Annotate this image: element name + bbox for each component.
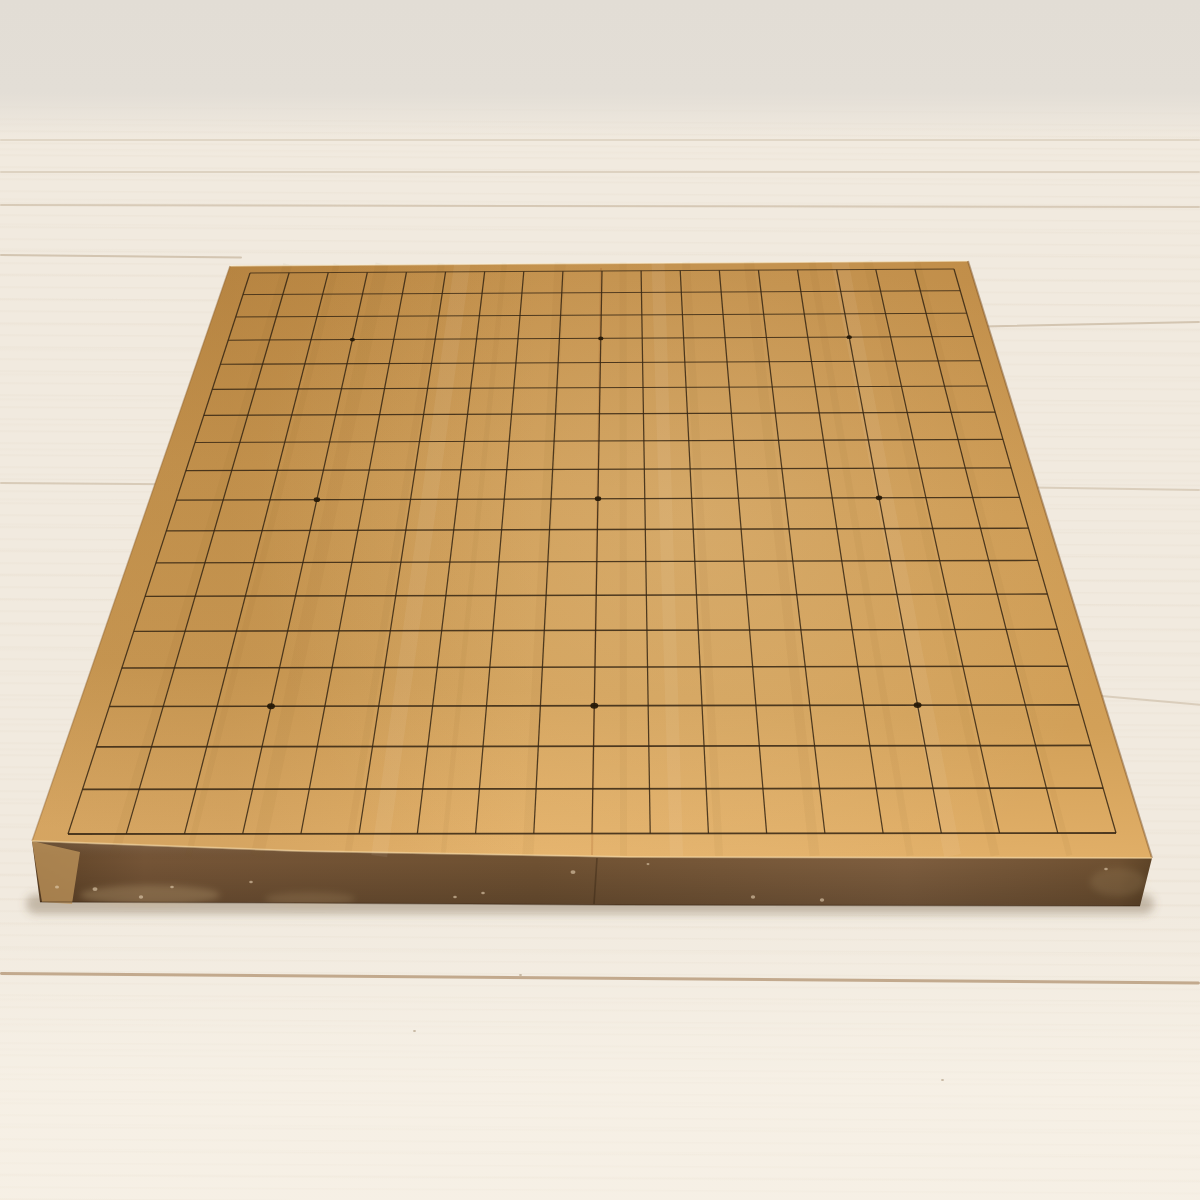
front-face-dust-speck: [170, 886, 174, 889]
front-face-dust-speck: [647, 863, 650, 865]
front-face-dust-speck: [453, 896, 457, 899]
front-face-dust-speck: [571, 870, 576, 874]
front-face-dust-speck: [93, 887, 98, 891]
go-board: [0, 0, 1200, 1200]
hoshi-point-4-4: [350, 338, 355, 342]
photo-scene: [0, 0, 1200, 1200]
hoshi-point-16-16: [914, 702, 922, 708]
hoshi-point-16-4: [267, 703, 275, 709]
front-face-dust-speck: [249, 881, 253, 884]
hoshi-point-4-16: [847, 335, 852, 339]
front-face-dust-speck: [820, 898, 824, 901]
hoshi-point-10-4: [314, 497, 320, 502]
front-face-dust-speck: [751, 895, 755, 898]
front-face-dust-speck: [1104, 868, 1108, 871]
front-face-dust-speck: [55, 886, 59, 889]
hoshi-point-10-10: [595, 496, 601, 501]
hoshi-point-16-10: [590, 703, 598, 709]
hoshi-point-4-10: [598, 337, 603, 341]
hoshi-point-10-16: [876, 495, 882, 500]
front-face-dust-speck: [481, 892, 485, 895]
front-face-wear-patch: [1090, 868, 1146, 896]
front-face-dust-speck: [139, 895, 143, 898]
